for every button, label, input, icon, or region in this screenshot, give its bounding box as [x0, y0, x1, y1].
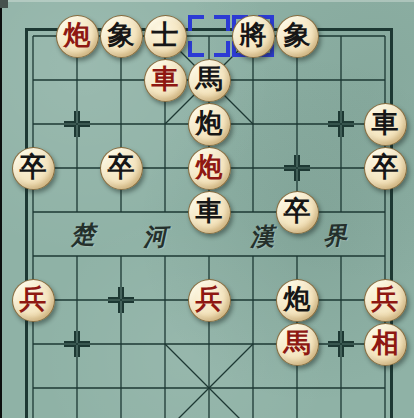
position-marker [99, 278, 143, 322]
piece-character: 將 [240, 22, 267, 49]
piece-character: 車 [196, 198, 223, 225]
xiangqi-piece-black-pawn[interactable]: 卒 [100, 147, 143, 190]
piece-character: 炮 [284, 286, 311, 313]
xiangqi-piece-black-elephant[interactable]: 象 [100, 15, 143, 58]
piece-character: 馬 [196, 66, 223, 93]
xiangqi-piece-black-pawn[interactable]: 卒 [276, 191, 319, 234]
piece-character: 馬 [284, 330, 311, 357]
river-label-char: 楚 [70, 218, 95, 251]
piece-character: 卒 [20, 154, 47, 181]
xiangqi-piece-red-elephant[interactable]: 相 [364, 323, 407, 366]
position-marker [275, 146, 319, 190]
screen-edge-artifact-top [0, 0, 414, 2]
position-marker [319, 102, 363, 146]
xiangqi-piece-black-cannon[interactable]: 炮 [276, 279, 319, 322]
xiangqi-piece-black-cannon[interactable]: 炮 [188, 103, 231, 146]
screen-edge-artifact-left [0, 0, 2, 418]
position-marker [55, 102, 99, 146]
piece-character: 相 [372, 330, 399, 357]
piece-character: 炮 [196, 154, 223, 181]
piece-character: 象 [108, 22, 135, 49]
piece-character: 炮 [64, 22, 91, 49]
xiangqi-piece-red-pawn[interactable]: 兵 [188, 279, 231, 322]
piece-character: 車 [152, 66, 179, 93]
piece-character: 車 [372, 110, 399, 137]
last-move-highlight [187, 14, 231, 58]
piece-character: 象 [284, 22, 311, 49]
xiangqi-piece-red-pawn[interactable]: 兵 [364, 279, 407, 322]
xiangqi-piece-red-cannon[interactable]: 炮 [188, 147, 231, 190]
xiangqi-piece-black-general[interactable]: 將 [232, 15, 275, 58]
piece-character: 炮 [196, 110, 223, 137]
piece-character: 士 [152, 22, 179, 49]
piece-character: 兵 [20, 286, 47, 313]
piece-character: 兵 [372, 286, 399, 313]
piece-character: 兵 [196, 286, 223, 313]
xiangqi-piece-black-pawn[interactable]: 卒 [12, 147, 55, 190]
xiangqi-piece-red-cannon[interactable]: 炮 [56, 15, 99, 58]
xiangqi-piece-black-chariot[interactable]: 車 [188, 191, 231, 234]
river-label-char: 河 [142, 220, 167, 253]
xiangqi-piece-red-pawn[interactable]: 兵 [12, 279, 55, 322]
river-label-char: 漢 [249, 220, 274, 253]
xiangqi-piece-black-chariot[interactable]: 車 [364, 103, 407, 146]
screen-edge-artifact-corner [0, 0, 8, 8]
position-marker [55, 322, 99, 366]
xiangqi-board-screenshot: 炮象士將象車馬炮車卒卒炮卒車卒兵兵炮兵馬相 楚河漢界 [0, 0, 414, 418]
position-marker [319, 322, 363, 366]
piece-character: 卒 [284, 198, 311, 225]
xiangqi-board: 炮象士將象車馬炮車卒卒炮卒車卒兵兵炮兵馬相 [11, 14, 407, 418]
xiangqi-piece-black-advisor[interactable]: 士 [144, 15, 187, 58]
xiangqi-piece-black-pawn[interactable]: 卒 [364, 147, 407, 190]
xiangqi-piece-red-horse[interactable]: 馬 [276, 323, 319, 366]
xiangqi-piece-black-horse[interactable]: 馬 [188, 59, 231, 102]
piece-character: 卒 [108, 154, 135, 181]
xiangqi-piece-red-chariot[interactable]: 車 [144, 59, 187, 102]
river-label-char: 界 [322, 219, 347, 252]
piece-character: 卒 [372, 154, 399, 181]
xiangqi-piece-black-elephant[interactable]: 象 [276, 15, 319, 58]
